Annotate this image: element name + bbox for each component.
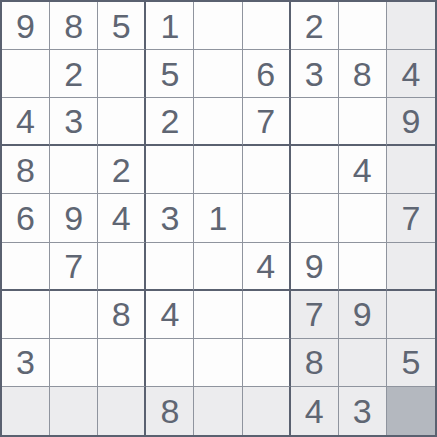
cell-r3c3[interactable]: [98, 98, 146, 146]
cell-r2c7-given[interactable]: 3: [291, 50, 339, 98]
cell-r5c4-given[interactable]: 3: [146, 194, 194, 242]
cell-r5c8[interactable]: [339, 194, 387, 242]
cell-r2c8-given[interactable]: 8: [339, 50, 387, 98]
cell-r7c8-given[interactable]: 9: [339, 291, 387, 339]
cell-r6c5[interactable]: [194, 243, 242, 291]
cell-r1c3-given[interactable]: 5: [98, 2, 146, 50]
cell-r6c2-given[interactable]: 7: [50, 243, 98, 291]
cell-r3c4-given[interactable]: 2: [146, 98, 194, 146]
cell-r4c7[interactable]: [291, 146, 339, 194]
cell-r3c6-given[interactable]: 7: [243, 98, 291, 146]
cell-r7c2[interactable]: [50, 291, 98, 339]
cell-r2c5[interactable]: [194, 50, 242, 98]
cell-r4c5[interactable]: [194, 146, 242, 194]
sudoku-board: 98512256384432798246943177498479385843: [0, 0, 437, 437]
cell-r5c1-given[interactable]: 6: [2, 194, 50, 242]
cell-r6c6-given[interactable]: 4: [243, 243, 291, 291]
cell-r5c7[interactable]: [291, 194, 339, 242]
cell-r4c3-given[interactable]: 2: [98, 146, 146, 194]
cell-r9c7-given[interactable]: 4: [291, 387, 339, 435]
cell-r4c9[interactable]: [387, 146, 435, 194]
cell-r1c4-given[interactable]: 1: [146, 2, 194, 50]
cell-r1c8[interactable]: [339, 2, 387, 50]
cell-r6c1[interactable]: [2, 243, 50, 291]
cell-r9c5[interactable]: [194, 387, 242, 435]
cell-r2c4-given[interactable]: 5: [146, 50, 194, 98]
cell-r5c5-given[interactable]: 1: [194, 194, 242, 242]
cell-r9c2[interactable]: [50, 387, 98, 435]
cell-r7c6[interactable]: [243, 291, 291, 339]
cell-r3c8[interactable]: [339, 98, 387, 146]
cell-r3c5[interactable]: [194, 98, 242, 146]
cell-r4c6[interactable]: [243, 146, 291, 194]
cell-r6c7-given[interactable]: 9: [291, 243, 339, 291]
cell-r8c2[interactable]: [50, 339, 98, 387]
cell-r1c7-given[interactable]: 2: [291, 2, 339, 50]
cell-r9c3[interactable]: [98, 387, 146, 435]
cell-r8c1-given[interactable]: 3: [2, 339, 50, 387]
cell-r7c3-given[interactable]: 8: [98, 291, 146, 339]
cell-r8c4[interactable]: [146, 339, 194, 387]
cell-r8c8[interactable]: [339, 339, 387, 387]
cell-r6c9[interactable]: [387, 243, 435, 291]
cell-r8c9-given[interactable]: 5: [387, 339, 435, 387]
cell-r2c3[interactable]: [98, 50, 146, 98]
cell-r6c3[interactable]: [98, 243, 146, 291]
cell-r7c1[interactable]: [2, 291, 50, 339]
cell-r5c2-given[interactable]: 9: [50, 194, 98, 242]
cell-r8c5[interactable]: [194, 339, 242, 387]
cell-r9c6[interactable]: [243, 387, 291, 435]
cell-r3c1-given[interactable]: 4: [2, 98, 50, 146]
cell-r9c9-selected[interactable]: [387, 387, 435, 435]
cell-r3c9-given[interactable]: 9: [387, 98, 435, 146]
cell-r7c7-given[interactable]: 7: [291, 291, 339, 339]
cell-r5c9-given[interactable]: 7: [387, 194, 435, 242]
cell-r2c9-given[interactable]: 4: [387, 50, 435, 98]
cell-r9c4-given[interactable]: 8: [146, 387, 194, 435]
cell-r1c9[interactable]: [387, 2, 435, 50]
cell-r1c1-given[interactable]: 9: [2, 2, 50, 50]
cell-r8c3[interactable]: [98, 339, 146, 387]
cell-r4c8-given[interactable]: 4: [339, 146, 387, 194]
cell-r8c6[interactable]: [243, 339, 291, 387]
cell-r4c1-given[interactable]: 8: [2, 146, 50, 194]
cell-r5c6[interactable]: [243, 194, 291, 242]
cell-r3c7[interactable]: [291, 98, 339, 146]
cell-r2c6-given[interactable]: 6: [243, 50, 291, 98]
cell-r2c2-given[interactable]: 2: [50, 50, 98, 98]
cell-r6c4[interactable]: [146, 243, 194, 291]
cell-r4c2[interactable]: [50, 146, 98, 194]
cell-r2c1[interactable]: [2, 50, 50, 98]
cell-r3c2-given[interactable]: 3: [50, 98, 98, 146]
cell-r1c2-given[interactable]: 8: [50, 2, 98, 50]
cell-r7c9[interactable]: [387, 291, 435, 339]
cell-r7c4-given[interactable]: 4: [146, 291, 194, 339]
cell-r6c8[interactable]: [339, 243, 387, 291]
cell-r1c5[interactable]: [194, 2, 242, 50]
cell-r4c4[interactable]: [146, 146, 194, 194]
cell-r1c6[interactable]: [243, 2, 291, 50]
cell-r8c7-given[interactable]: 8: [291, 339, 339, 387]
cell-r9c8-given[interactable]: 3: [339, 387, 387, 435]
cell-r5c3-given[interactable]: 4: [98, 194, 146, 242]
cell-r7c5[interactable]: [194, 291, 242, 339]
cell-r9c1[interactable]: [2, 387, 50, 435]
